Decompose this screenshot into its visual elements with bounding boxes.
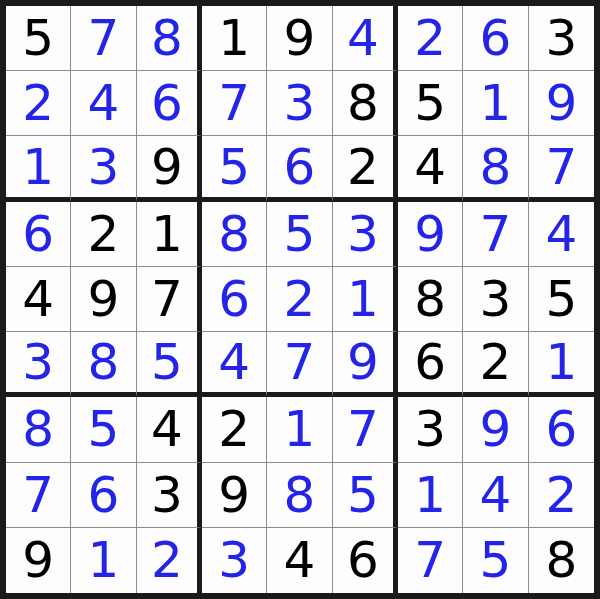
cell-r1c2[interactable]: 7: [71, 6, 136, 71]
cell-r5c1[interactable]: 4: [6, 267, 71, 332]
cell-r3c8[interactable]: 8: [463, 136, 528, 201]
cell-r7c8[interactable]: 9: [463, 397, 528, 462]
cell-r5c4[interactable]: 6: [202, 267, 267, 332]
cell-r3c7[interactable]: 4: [398, 136, 463, 201]
cell-r6c2[interactable]: 8: [71, 332, 136, 397]
cell-r9c1[interactable]: 9: [6, 528, 71, 593]
cell-r5c3[interactable]: 7: [137, 267, 202, 332]
cell-r6c3[interactable]: 5: [137, 332, 202, 397]
cell-r8c8[interactable]: 4: [463, 463, 528, 528]
cell-r9c5[interactable]: 4: [267, 528, 332, 593]
cell-r9c2[interactable]: 1: [71, 528, 136, 593]
cell-r7c7[interactable]: 3: [398, 397, 463, 462]
cell-r9c7[interactable]: 7: [398, 528, 463, 593]
cell-r9c8[interactable]: 5: [463, 528, 528, 593]
cell-r5c5[interactable]: 2: [267, 267, 332, 332]
cell-r2c6[interactable]: 8: [333, 71, 398, 136]
cell-r5c9[interactable]: 5: [529, 267, 594, 332]
cell-r3c1[interactable]: 1: [6, 136, 71, 201]
cell-r6c1[interactable]: 3: [6, 332, 71, 397]
cell-r3c4[interactable]: 5: [202, 136, 267, 201]
cell-r8c6[interactable]: 5: [333, 463, 398, 528]
cell-r5c7[interactable]: 8: [398, 267, 463, 332]
cell-r4c6[interactable]: 3: [333, 202, 398, 267]
cell-r1c9[interactable]: 3: [529, 6, 594, 71]
cell-r3c3[interactable]: 9: [137, 136, 202, 201]
cell-r8c9[interactable]: 2: [529, 463, 594, 528]
cell-r2c5[interactable]: 3: [267, 71, 332, 136]
cell-r2c4[interactable]: 7: [202, 71, 267, 136]
cell-r6c8[interactable]: 2: [463, 332, 528, 397]
cell-r8c1[interactable]: 7: [6, 463, 71, 528]
cell-r3c6[interactable]: 2: [333, 136, 398, 201]
cell-r8c3[interactable]: 3: [137, 463, 202, 528]
cell-r2c8[interactable]: 1: [463, 71, 528, 136]
cell-r4c4[interactable]: 8: [202, 202, 267, 267]
cell-r2c1[interactable]: 2: [6, 71, 71, 136]
cell-r2c9[interactable]: 9: [529, 71, 594, 136]
cell-r8c2[interactable]: 6: [71, 463, 136, 528]
cell-r5c8[interactable]: 3: [463, 267, 528, 332]
cell-r1c8[interactable]: 6: [463, 6, 528, 71]
sudoku-board: 5781942632467385191395624876218539744976…: [0, 0, 600, 599]
cell-r9c9[interactable]: 8: [529, 528, 594, 593]
cell-r5c6[interactable]: 1: [333, 267, 398, 332]
cell-r6c9[interactable]: 1: [529, 332, 594, 397]
cell-r8c5[interactable]: 8: [267, 463, 332, 528]
cell-r6c5[interactable]: 7: [267, 332, 332, 397]
cell-r4c1[interactable]: 6: [6, 202, 71, 267]
cell-r3c5[interactable]: 6: [267, 136, 332, 201]
cell-r8c7[interactable]: 1: [398, 463, 463, 528]
cell-r2c2[interactable]: 4: [71, 71, 136, 136]
cell-r1c7[interactable]: 2: [398, 6, 463, 71]
cell-r1c5[interactable]: 9: [267, 6, 332, 71]
cell-r4c3[interactable]: 1: [137, 202, 202, 267]
cell-r1c4[interactable]: 1: [202, 6, 267, 71]
cell-r7c6[interactable]: 7: [333, 397, 398, 462]
cell-r9c6[interactable]: 6: [333, 528, 398, 593]
cell-r7c1[interactable]: 8: [6, 397, 71, 462]
cell-r1c6[interactable]: 4: [333, 6, 398, 71]
cell-r7c3[interactable]: 4: [137, 397, 202, 462]
cell-r2c3[interactable]: 6: [137, 71, 202, 136]
cell-r7c4[interactable]: 2: [202, 397, 267, 462]
cell-r3c2[interactable]: 3: [71, 136, 136, 201]
cell-r4c7[interactable]: 9: [398, 202, 463, 267]
cell-r7c5[interactable]: 1: [267, 397, 332, 462]
cell-r8c4[interactable]: 9: [202, 463, 267, 528]
cell-r4c5[interactable]: 5: [267, 202, 332, 267]
cell-r7c9[interactable]: 6: [529, 397, 594, 462]
cell-r4c2[interactable]: 2: [71, 202, 136, 267]
cell-r9c3[interactable]: 2: [137, 528, 202, 593]
cell-r4c9[interactable]: 4: [529, 202, 594, 267]
cell-r9c4[interactable]: 3: [202, 528, 267, 593]
cell-r5c2[interactable]: 9: [71, 267, 136, 332]
cell-r6c6[interactable]: 9: [333, 332, 398, 397]
cell-r7c2[interactable]: 5: [71, 397, 136, 462]
cell-r4c8[interactable]: 7: [463, 202, 528, 267]
cell-r3c9[interactable]: 7: [529, 136, 594, 201]
cell-r6c7[interactable]: 6: [398, 332, 463, 397]
cell-r1c1[interactable]: 5: [6, 6, 71, 71]
cell-r2c7[interactable]: 5: [398, 71, 463, 136]
cell-r6c4[interactable]: 4: [202, 332, 267, 397]
cell-r1c3[interactable]: 8: [137, 6, 202, 71]
